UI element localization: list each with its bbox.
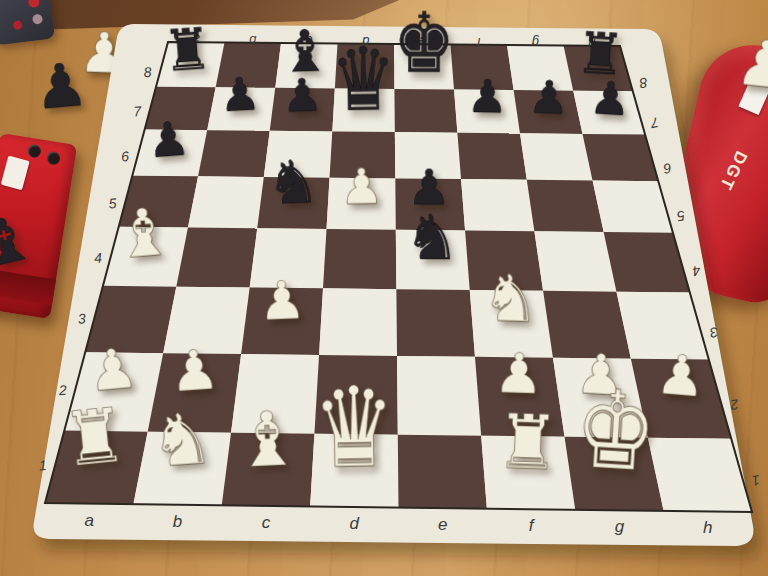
square-f3 (470, 290, 553, 358)
square-d8 (335, 44, 395, 89)
square-g8 (507, 45, 573, 91)
square-b3 (163, 287, 249, 354)
rank-label-left-8: 8 (143, 64, 152, 81)
file-label-bottom-e: e (438, 515, 447, 534)
square-f1 (481, 436, 575, 510)
square-f6 (457, 133, 526, 180)
square-e5 (395, 178, 465, 230)
file-label-bottom-h: h (703, 518, 712, 537)
square-f5 (461, 179, 534, 231)
rank-label-right-1: 1 (751, 472, 761, 489)
file-label-top-c: c (306, 33, 313, 48)
file-label-bottom-c: c (262, 513, 271, 532)
file-label-bottom-g: g (615, 517, 625, 536)
square-f7 (454, 90, 520, 134)
square-b6 (198, 130, 270, 177)
rank-label-left-6: 6 (121, 148, 130, 165)
square-c6 (264, 131, 332, 178)
square-d2 (314, 355, 397, 435)
rank-label-left-2: 2 (57, 382, 67, 399)
square-e3 (396, 289, 475, 357)
square-f8 (451, 45, 514, 91)
file-label-bottom-d: d (350, 514, 360, 533)
square-d4 (323, 229, 396, 289)
file-label-top-b: b (249, 33, 256, 48)
photo-scene: DGT abcdefghabcdefgh8765432187654321 ♟♟♝… (0, 0, 768, 576)
file-label-top-e: e (419, 34, 426, 49)
square-d1 (310, 434, 398, 508)
square-b5 (188, 176, 264, 228)
square-f2 (475, 357, 565, 437)
square-c1 (222, 433, 315, 507)
square-e6 (395, 132, 461, 179)
square-g5 (527, 180, 604, 232)
rank-label-left-4: 4 (94, 249, 103, 266)
square-f4 (465, 231, 543, 291)
square-c8 (275, 43, 337, 88)
square-e4 (396, 230, 470, 290)
square-g1 (565, 437, 664, 511)
square-e1 (398, 435, 487, 509)
rank-label-left-1: 1 (38, 457, 47, 474)
square-d6 (330, 131, 396, 178)
square-e8 (394, 44, 454, 90)
rank-label-left-5: 5 (108, 195, 117, 212)
square-d7 (332, 88, 395, 132)
square-g6 (520, 133, 593, 180)
square-c5 (257, 177, 329, 229)
file-label-bottom-b: b (173, 512, 182, 531)
rank-label-left-3: 3 (77, 310, 86, 327)
board-svg: abcdefghabcdefgh8765432187654321 (0, 0, 768, 576)
square-b1 (133, 432, 231, 506)
file-label-top-a: a (193, 32, 200, 47)
square-c3 (241, 288, 323, 355)
square-b4 (176, 228, 257, 288)
square-c4 (250, 228, 327, 288)
square-g7 (514, 90, 583, 134)
square-e2 (397, 356, 481, 436)
square-e7 (394, 89, 457, 133)
square-b2 (148, 353, 241, 433)
square-d5 (327, 178, 396, 230)
file-label-top-g: g (531, 35, 539, 50)
square-b8 (216, 43, 281, 88)
square-c7 (270, 88, 335, 132)
file-label-top-h: h (588, 36, 595, 51)
square-b7 (207, 87, 275, 131)
square-g4 (534, 231, 616, 291)
square-c2 (231, 354, 319, 434)
file-label-bottom-a: a (84, 511, 93, 530)
file-label-top-d: d (361, 34, 369, 49)
square-d3 (319, 288, 397, 356)
square-g3 (543, 291, 631, 359)
